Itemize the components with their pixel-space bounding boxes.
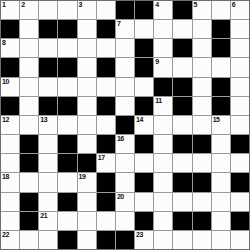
block-cell-r11c9 [173,212,191,230]
block-cell-r4c8 [154,78,172,96]
block-cell-r7c12 [231,135,249,153]
entry-cell-r10c4[interactable] [78,193,96,211]
entry-cell-r2c0[interactable]: 8 [1,39,19,57]
entry-cell-r0c10[interactable]: 5 [193,1,211,19]
entry-cell-r8c9[interactable] [173,154,191,172]
entry-cell-r12c2[interactable] [39,231,57,249]
entry-cell-r12c0[interactable]: 22 [1,231,19,249]
block-cell-r2c11 [212,39,230,57]
block-cell-r4c11 [212,78,230,96]
entry-cell-r11c4[interactable] [78,212,96,230]
block-cell-r3c2 [39,58,57,76]
entry-cell-r6c3[interactable] [58,116,76,134]
block-cell-r5c7 [135,97,153,115]
entry-cell-r1c8[interactable] [154,20,172,38]
entry-cell-r4c0[interactable]: 10 [1,78,19,96]
entry-cell-r7c4[interactable] [78,135,96,153]
clue-number-12: 12 [2,116,9,124]
clue-number-8: 8 [2,39,5,47]
entry-cell-r11c8[interactable] [154,212,172,230]
entry-cell-r2c8[interactable] [154,39,172,57]
entry-cell-r2c4[interactable] [78,39,96,57]
entry-cell-r3c8[interactable]: 9 [154,58,172,76]
entry-cell-r0c5[interactable] [97,1,115,19]
entry-cell-r12c12[interactable] [231,231,249,249]
block-cell-r8c3 [58,154,76,172]
block-cell-r12c6 [116,231,134,249]
clue-number-1: 1 [2,1,5,9]
block-cell-r7c5 [97,135,115,153]
block-cell-r3c3 [58,58,76,76]
entry-cell-r5c1[interactable] [20,97,38,115]
block-cell-r11c12 [231,212,249,230]
entry-cell-r11c0[interactable] [1,212,19,230]
entry-cell-r6c10[interactable] [193,116,211,134]
block-cell-r3c5 [97,58,115,76]
block-cell-r8c4 [78,154,96,172]
block-cell-r1c11 [212,20,230,38]
entry-cell-r1c6[interactable]: 7 [116,20,134,38]
entry-cell-r9c8[interactable] [154,173,172,191]
block-cell-r7c3 [58,135,76,153]
block-cell-r10c5 [97,193,115,211]
clue-number-23: 23 [136,231,143,239]
clue-number-7: 7 [117,20,120,28]
entry-cell-r7c6[interactable]: 16 [116,135,134,153]
clue-number-5: 5 [194,1,197,9]
entry-cell-r2c5[interactable] [97,39,115,57]
block-cell-r10c1 [20,193,38,211]
entry-cell-r2c12[interactable] [231,39,249,57]
block-cell-r11c1 [20,212,38,230]
block-cell-r10c3 [58,193,76,211]
entry-cell-r4c5[interactable] [97,78,115,96]
block-cell-r2c9 [173,39,191,57]
entry-cell-r4c10[interactable] [193,78,211,96]
entry-cell-r6c5[interactable] [97,116,115,134]
entry-cell-r0c12[interactable]: 6 [231,1,249,19]
entry-cell-r12c1[interactable] [20,231,38,249]
block-cell-r9c7 [135,173,153,191]
entry-cell-r10c9[interactable] [173,193,191,211]
block-cell-r9c10 [193,173,211,191]
block-cell-r7c1 [20,135,38,153]
entry-cell-r3c10[interactable] [193,58,211,76]
entry-cell-r6c9[interactable] [173,116,191,134]
entry-cell-r6c12[interactable] [231,116,249,134]
block-cell-r1c3 [58,20,76,38]
entry-cell-r9c3[interactable] [58,173,76,191]
block-cell-r9c9 [173,173,191,191]
block-cell-r12c5 [97,231,115,249]
entry-cell-r4c3[interactable] [58,78,76,96]
entry-cell-r8c5[interactable]: 17 [97,154,115,172]
entry-cell-r8c10[interactable] [193,154,211,172]
entry-cell-r8c12[interactable] [231,154,249,172]
entry-cell-r7c11[interactable] [212,135,230,153]
entry-cell-r12c11[interactable] [212,231,230,249]
entry-cell-r6c2[interactable]: 13 [39,116,57,134]
block-cell-r6c6 [116,116,134,134]
entry-cell-r8c0[interactable] [1,154,19,172]
entry-cell-r12c7[interactable]: 23 [135,231,153,249]
entry-cell-r7c0[interactable] [1,135,19,153]
entry-cell-r9c0[interactable]: 18 [1,173,19,191]
entry-cell-r6c7[interactable]: 14 [135,116,153,134]
entry-cell-r10c11[interactable] [212,193,230,211]
entry-cell-r8c8[interactable] [154,154,172,172]
block-cell-r7c9 [173,135,191,153]
clue-number-17: 17 [98,154,105,162]
block-cell-r7c10 [193,135,211,153]
entry-cell-r1c12[interactable] [231,20,249,38]
clue-number-10: 10 [2,78,9,86]
entry-cell-r10c8[interactable] [154,193,172,211]
entry-cell-r5c4[interactable] [78,97,96,115]
entry-cell-r9c11[interactable] [212,173,230,191]
entry-cell-r5c12[interactable] [231,97,249,115]
entry-cell-r10c6[interactable]: 20 [116,193,134,211]
entry-cell-r12c9[interactable] [173,231,191,249]
clue-number-4: 4 [155,1,158,9]
entry-cell-r0c2[interactable] [39,1,57,19]
block-cell-r5c11 [212,97,230,115]
entry-cell-r6c8[interactable] [154,116,172,134]
block-cell-r7c7 [135,135,153,153]
block-cell-r5c5 [97,97,115,115]
entry-cell-r11c3[interactable] [58,212,76,230]
entry-cell-r0c8[interactable]: 4 [154,1,172,19]
entry-cell-r1c9[interactable] [173,20,191,38]
entry-cell-r0c3[interactable] [58,1,76,19]
entry-cell-r2c6[interactable] [116,39,134,57]
entry-cell-r6c11[interactable]: 15 [212,116,230,134]
entry-cell-r4c6[interactable] [116,78,134,96]
entry-cell-r2c2[interactable] [39,39,57,57]
block-cell-r5c9 [173,97,191,115]
crossword-board: 1234567891011121314151617181920212223 [0,0,250,250]
entry-cell-r4c7[interactable] [135,78,153,96]
entry-cell-r11c11[interactable] [212,212,230,230]
entry-cell-r3c11[interactable] [212,58,230,76]
clue-number-21: 21 [40,212,47,220]
entry-cell-r8c11[interactable] [212,154,230,172]
clue-number-11: 11 [155,97,161,105]
entry-cell-r4c4[interactable] [78,78,96,96]
entry-cell-r11c6[interactable] [116,212,134,230]
entry-cell-r9c2[interactable] [39,173,57,191]
entry-cell-r2c10[interactable] [193,39,211,57]
entry-cell-r12c4[interactable] [78,231,96,249]
block-cell-r8c1 [20,154,38,172]
entry-cell-r0c1[interactable]: 2 [20,1,38,19]
block-cell-r1c0 [1,20,19,38]
entry-cell-r2c1[interactable] [20,39,38,57]
block-cell-r5c2 [39,97,57,115]
clue-number-3: 3 [79,1,82,9]
entry-cell-r3c4[interactable] [78,58,96,76]
entry-cell-r5c8[interactable]: 11 [154,97,172,115]
entry-cell-r9c6[interactable] [116,173,134,191]
entry-cell-r1c1[interactable] [20,20,38,38]
entry-cell-r4c12[interactable] [231,78,249,96]
entry-cell-r3c6[interactable] [116,58,134,76]
block-cell-r1c2 [39,20,57,38]
clue-number-22: 22 [2,231,9,239]
block-cell-r3c7 [135,58,153,76]
entry-cell-r9c1[interactable] [20,173,38,191]
block-cell-r9c5 [97,173,115,191]
entry-cell-r3c9[interactable] [173,58,191,76]
entry-cell-r10c0[interactable] [1,193,19,211]
block-cell-r0c7 [135,1,153,19]
entry-cell-r4c2[interactable] [39,78,57,96]
block-cell-r2c7 [135,39,153,57]
entry-cell-r12c8[interactable] [154,231,172,249]
entry-cell-r1c10[interactable] [193,20,211,38]
entry-cell-r8c7[interactable] [135,154,153,172]
entry-cell-r3c1[interactable] [20,58,38,76]
block-cell-r0c6 [116,1,134,19]
block-cell-r3c0 [1,58,19,76]
clue-number-16: 16 [117,135,124,143]
clue-number-6: 6 [232,1,235,9]
clue-number-2: 2 [21,1,24,9]
entry-cell-r9c4[interactable]: 19 [78,173,96,191]
block-cell-r5c0 [1,97,19,115]
block-cell-r0c9 [173,1,191,19]
entry-cell-r6c0[interactable]: 12 [1,116,19,134]
block-cell-r1c5 [97,20,115,38]
entry-cell-r3c12[interactable] [231,58,249,76]
clue-number-20: 20 [117,193,124,201]
clue-number-18: 18 [2,173,9,181]
block-cell-r5c3 [58,97,76,115]
entry-cell-r6c4[interactable] [78,116,96,134]
entry-cell-r4c1[interactable] [20,78,38,96]
entry-cell-r1c7[interactable] [135,20,153,38]
clue-number-14: 14 [136,116,143,124]
clue-number-9: 9 [155,58,158,66]
entry-cell-r12c10[interactable] [193,231,211,249]
entry-cell-r1c4[interactable] [78,20,96,38]
clue-number-13: 13 [40,116,47,124]
entry-cell-r11c5[interactable] [97,212,115,230]
entry-cell-r2c3[interactable] [58,39,76,57]
clue-number-15: 15 [213,116,220,124]
block-cell-r12c3 [58,231,76,249]
entry-cell-r11c2[interactable]: 21 [39,212,57,230]
entry-cell-r10c10[interactable] [193,193,211,211]
entry-cell-r7c2[interactable] [39,135,57,153]
block-cell-r11c10 [193,212,211,230]
entry-cell-r8c2[interactable] [39,154,57,172]
block-cell-r9c12 [231,173,249,191]
entry-cell-r10c12[interactable] [231,193,249,211]
entry-cell-r5c10[interactable] [193,97,211,115]
entry-cell-r7c8[interactable] [154,135,172,153]
entry-cell-r5c6[interactable] [116,97,134,115]
block-cell-r4c9 [173,78,191,96]
entry-cell-r8c6[interactable] [116,154,134,172]
entry-cell-r0c0[interactable]: 1 [1,1,19,19]
block-cell-r11c7 [135,212,153,230]
entry-cell-r0c11[interactable] [212,1,230,19]
entry-cell-r10c2[interactable] [39,193,57,211]
entry-cell-r10c7[interactable] [135,193,153,211]
entry-cell-r6c1[interactable] [20,116,38,134]
entry-cell-r0c4[interactable]: 3 [78,1,96,19]
clue-number-19: 19 [79,173,86,181]
